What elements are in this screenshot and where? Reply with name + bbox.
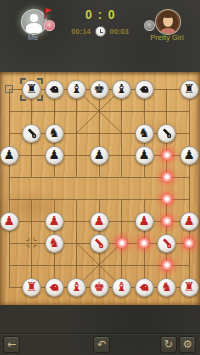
red-flag-icon bbox=[43, 7, 53, 20]
piece-red-pawn[interactable]: ♟ bbox=[135, 212, 154, 231]
piece-black-advisor[interactable]: ♝ bbox=[67, 80, 86, 99]
xiangqi-board[interactable]: ♜♝♚♝♜♞♞♟♟♟♟♟♟♟♟♟♟♞♜♝♚♝♞♜ bbox=[0, 72, 200, 305]
piece-red-horse[interactable]: ♞ bbox=[157, 278, 176, 297]
piece-red-pawn[interactable]: ♟ bbox=[90, 212, 109, 231]
piece-black-elephant[interactable] bbox=[135, 80, 154, 99]
score-right: 0 bbox=[108, 8, 115, 22]
last-move-destination-frame bbox=[20, 78, 43, 101]
left-timer: 00:14 bbox=[71, 27, 90, 36]
last-move-origin-marker bbox=[5, 85, 13, 93]
piece-red-rook[interactable]: ♜ bbox=[22, 278, 41, 297]
move-hint-dot[interactable] bbox=[159, 213, 175, 229]
settings-button[interactable]: ⚙ bbox=[179, 336, 196, 353]
move-hint-dot[interactable] bbox=[159, 191, 175, 207]
piece-red-pawn[interactable]: ♟ bbox=[180, 212, 199, 231]
piece-red-cannon[interactable] bbox=[157, 234, 176, 253]
piece-black-cannon[interactable] bbox=[22, 124, 41, 143]
piece-red-pawn[interactable]: ♟ bbox=[45, 212, 64, 231]
piece-black-pawn[interactable]: ♟ bbox=[135, 146, 154, 165]
piece-red-cannon[interactable] bbox=[90, 234, 109, 253]
app-screen: Me 0 : 0 00:14 00:03 Pretty Girl ♜♝♚♝♜♞♞… bbox=[0, 0, 200, 355]
score: 0 : 0 bbox=[60, 8, 140, 22]
right-timer: 00:03 bbox=[110, 27, 129, 36]
piece-black-rook[interactable]: ♜ bbox=[180, 80, 199, 99]
right-player-avatar[interactable] bbox=[155, 9, 181, 35]
piece-black-horse[interactable]: ♞ bbox=[135, 124, 154, 143]
piece-red-elephant[interactable] bbox=[45, 278, 64, 297]
piece-black-elephant[interactable] bbox=[45, 80, 64, 99]
piece-black-horse[interactable]: ♞ bbox=[45, 124, 64, 143]
piece-red-horse[interactable]: ♞ bbox=[45, 234, 64, 253]
piece-black-king[interactable]: ♚ bbox=[90, 80, 109, 99]
right-player-name: Pretty Girl bbox=[135, 33, 199, 42]
piece-black-advisor[interactable]: ♝ bbox=[112, 80, 131, 99]
piece-black-pawn[interactable]: ♟ bbox=[0, 146, 19, 165]
score-separator: : bbox=[98, 8, 102, 22]
piece-red-elephant[interactable] bbox=[135, 278, 154, 297]
back-button[interactable]: ← bbox=[3, 336, 20, 353]
match-header: Me 0 : 0 00:14 00:03 Pretty Girl bbox=[0, 0, 200, 72]
gray-rank-icon bbox=[144, 20, 155, 31]
score-left: 0 bbox=[85, 8, 92, 22]
piece-black-pawn[interactable]: ♟ bbox=[180, 146, 199, 165]
piece-red-rook[interactable]: ♜ bbox=[180, 278, 199, 297]
move-hint-dot[interactable] bbox=[181, 235, 197, 251]
piece-black-cannon[interactable] bbox=[157, 124, 176, 143]
person-silhouette-icon bbox=[30, 14, 38, 22]
piece-red-king[interactable]: ♚ bbox=[90, 278, 109, 297]
move-hint-dot[interactable] bbox=[159, 147, 175, 163]
move-hint-dot[interactable] bbox=[114, 235, 130, 251]
piece-red-advisor[interactable]: ♝ bbox=[67, 278, 86, 297]
bottom-toolbar: ← ↶ ↻ ⚙ bbox=[0, 305, 200, 355]
undo-button[interactable]: ↶ bbox=[93, 336, 110, 353]
piece-black-pawn[interactable]: ♟ bbox=[45, 146, 64, 165]
move-hint-dot[interactable] bbox=[159, 169, 175, 185]
piece-red-pawn[interactable]: ♟ bbox=[0, 212, 19, 231]
piece-red-advisor[interactable]: ♝ bbox=[112, 278, 131, 297]
piece-black-pawn[interactable]: ♟ bbox=[90, 146, 109, 165]
rotate-button[interactable]: ↻ bbox=[160, 336, 177, 353]
move-hint-dot[interactable] bbox=[159, 257, 175, 273]
move-hint-dot[interactable] bbox=[136, 235, 152, 251]
clock-icon bbox=[95, 26, 106, 37]
